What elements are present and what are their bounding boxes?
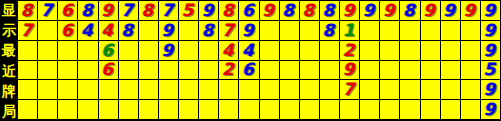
- cell-r6c21: [421, 100, 440, 119]
- cell-r2c6: 8: [119, 21, 138, 40]
- cell-r6c8: [159, 100, 178, 119]
- cell-r2c8: 9: [159, 21, 178, 40]
- cell-r5c24: 9: [481, 80, 500, 99]
- cell-r3c21: [421, 41, 440, 60]
- cell-r1c23: 9: [461, 1, 480, 20]
- cell-r4c21: [421, 61, 440, 80]
- cell-r4c13: [260, 61, 279, 80]
- cell-r5c13: [260, 80, 279, 99]
- recent-games-board: 显 示 最 近 牌 局 8768978759869888999899997644…: [0, 0, 501, 121]
- result-point-player: 9: [484, 42, 496, 59]
- result-point-player: 8: [202, 22, 214, 39]
- cell-r5c1: [18, 80, 37, 99]
- result-point-player: 9: [443, 2, 455, 19]
- cell-r2c17: 1: [340, 21, 359, 40]
- board-title-char: 局: [0, 101, 18, 121]
- cell-r2c12: 9: [239, 21, 258, 40]
- cell-r5c2: [38, 80, 57, 99]
- cell-r3c7: [139, 41, 158, 60]
- result-point-banker: 4: [101, 22, 113, 39]
- cell-r2c2: [38, 21, 57, 40]
- result-point-tie: 1: [343, 22, 355, 39]
- result-point-banker: 8: [141, 2, 153, 19]
- cell-r1c9: 5: [179, 1, 198, 20]
- result-point-banker: 8: [302, 2, 314, 19]
- cell-r5c4: [78, 80, 97, 99]
- cell-r2c11: 7: [219, 21, 238, 40]
- cell-r2c14: [280, 21, 299, 40]
- cell-r2c7: [139, 21, 158, 40]
- cell-r1c11: 8: [219, 1, 238, 20]
- cell-r5c18: [360, 80, 379, 99]
- cell-r6c16: [320, 100, 339, 119]
- result-point-banker: 9: [262, 2, 274, 19]
- cell-r6c7: [139, 100, 158, 119]
- result-point-banker: 9: [343, 2, 355, 19]
- cell-r4c1: [18, 61, 37, 80]
- cell-r1c8: 7: [159, 1, 178, 20]
- cell-r1c16: 8: [320, 1, 339, 20]
- cell-r3c18: [360, 41, 379, 60]
- cell-r5c22: [441, 80, 460, 99]
- cell-r5c14: [280, 80, 299, 99]
- cell-r1c22: 9: [441, 1, 460, 20]
- cell-r5c3: [58, 80, 77, 99]
- cell-r5c21: [421, 80, 440, 99]
- cell-r2c23: [461, 21, 480, 40]
- cell-r3c13: [260, 41, 279, 60]
- result-point-player: 6: [242, 61, 254, 78]
- cell-r1c15: 8: [300, 1, 319, 20]
- result-point-player: 8: [323, 22, 335, 39]
- board-title-vertical: 显 示 最 近 牌 局: [0, 0, 18, 121]
- cell-r1c3: 6: [58, 1, 77, 20]
- result-point-player: 9: [202, 2, 214, 19]
- cell-r1c24: 9: [481, 1, 500, 20]
- cell-r6c6: [119, 100, 138, 119]
- cell-r4c8: [159, 61, 178, 80]
- result-point-tie: 6: [101, 42, 113, 59]
- cell-r2c9: [179, 21, 198, 40]
- cell-r2c13: [260, 21, 279, 40]
- cell-r5c12: [239, 80, 258, 99]
- cell-r5c23: [461, 80, 480, 99]
- cell-r4c18: [360, 61, 379, 80]
- cell-r5c9: [179, 80, 198, 99]
- cell-r3c20: [400, 41, 419, 60]
- cell-r5c16: [320, 80, 339, 99]
- cell-r3c5: 6: [99, 41, 118, 60]
- cell-r5c10: [199, 80, 218, 99]
- cell-r3c14: [280, 41, 299, 60]
- result-point-banker: 6: [61, 22, 73, 39]
- result-point-banker: 9: [463, 2, 475, 19]
- result-point-player: 9: [162, 22, 174, 39]
- cell-r5c11: [219, 80, 238, 99]
- cell-r6c18: [360, 100, 379, 119]
- cell-r1c10: 9: [199, 1, 218, 20]
- cell-r2c21: [421, 21, 440, 40]
- cell-r3c1: [18, 41, 37, 60]
- cell-r6c20: [400, 100, 419, 119]
- cell-r4c5: 6: [99, 61, 118, 80]
- cell-r4c20: [400, 61, 419, 80]
- cell-r3c11: 4: [219, 41, 238, 60]
- result-point-player: 9: [242, 22, 254, 39]
- board-title-char: 近: [0, 61, 18, 81]
- cell-r1c5: 9: [99, 1, 118, 20]
- result-point-player: 8: [403, 2, 415, 19]
- cell-r3c3: [58, 41, 77, 60]
- result-point-banker: 9: [101, 2, 113, 19]
- cell-r3c4: [78, 41, 97, 60]
- cell-r4c9: [179, 61, 198, 80]
- cell-r6c15: [300, 100, 319, 119]
- result-point-banker: 9: [423, 2, 435, 19]
- cell-r4c23: [461, 61, 480, 80]
- cell-r3c6: [119, 41, 138, 60]
- cell-r1c7: 8: [139, 1, 158, 20]
- cell-r4c10: [199, 61, 218, 80]
- result-point-banker: 2: [343, 42, 355, 59]
- result-point-banker: 4: [222, 42, 234, 59]
- cell-r4c24: 5: [481, 61, 500, 80]
- cell-r2c22: [441, 21, 460, 40]
- result-point-banker: 8: [222, 2, 234, 19]
- cell-r3c23: [461, 41, 480, 60]
- result-point-player: 6: [242, 2, 254, 19]
- result-point-player: 4: [242, 42, 254, 59]
- cell-r6c10: [199, 100, 218, 119]
- cell-r2c5: 4: [99, 21, 118, 40]
- result-point-banker: 7: [343, 81, 355, 98]
- result-point-player: 7: [121, 2, 133, 19]
- cell-r1c6: 7: [119, 1, 138, 20]
- result-point-banker: 9: [343, 61, 355, 78]
- cell-r2c10: 8: [199, 21, 218, 40]
- cell-r2c19: [380, 21, 399, 40]
- cell-r5c8: [159, 80, 178, 99]
- result-point-player: 8: [282, 2, 294, 19]
- result-point-banker: 8: [21, 2, 33, 19]
- result-point-player: 9: [363, 2, 375, 19]
- cell-r1c17: 9: [340, 1, 359, 20]
- cell-r3c19: [380, 41, 399, 60]
- cell-r6c3: [58, 100, 77, 119]
- cell-r4c22: [441, 61, 460, 80]
- cell-r6c4: [78, 100, 97, 119]
- result-point-player: 9: [484, 101, 496, 118]
- result-point-banker: 2: [222, 61, 234, 78]
- cell-r3c10: [199, 41, 218, 60]
- cell-r6c14: [280, 100, 299, 119]
- cell-r6c19: [380, 100, 399, 119]
- cell-r3c12: 4: [239, 41, 258, 60]
- result-point-player: 8: [121, 22, 133, 39]
- cell-r4c19: [380, 61, 399, 80]
- cell-r3c9: [179, 41, 198, 60]
- cell-r1c21: 9: [421, 1, 440, 20]
- result-point-player: 8: [81, 2, 93, 19]
- cell-r2c1: 7: [18, 21, 37, 40]
- cell-r1c12: 6: [239, 1, 258, 20]
- cell-r4c7: [139, 61, 158, 80]
- cell-r1c19: 9: [380, 1, 399, 20]
- cell-r3c2: [38, 41, 57, 60]
- cell-r4c16: [320, 61, 339, 80]
- cell-r3c15: [300, 41, 319, 60]
- board-title-char: 显: [0, 0, 18, 20]
- cell-r3c16: [320, 41, 339, 60]
- result-point-banker: 7: [21, 22, 33, 39]
- result-point-player: 9: [484, 2, 496, 19]
- result-point-player: 8: [323, 2, 335, 19]
- result-point-banker: 7: [222, 22, 234, 39]
- cell-r1c14: 8: [280, 1, 299, 20]
- cell-r4c15: [300, 61, 319, 80]
- cell-r6c5: [99, 100, 118, 119]
- cell-r6c13: [260, 100, 279, 119]
- cell-r2c24: 9: [481, 21, 500, 40]
- cell-r4c14: [280, 61, 299, 80]
- cell-r2c4: 4: [78, 21, 97, 40]
- cell-r4c12: 6: [239, 61, 258, 80]
- cell-r6c24: 9: [481, 100, 500, 119]
- cell-r5c5: [99, 80, 118, 99]
- board-title-char: 最: [0, 40, 18, 60]
- cell-r3c17: 2: [340, 41, 359, 60]
- result-point-player: 9: [162, 42, 174, 59]
- cell-r5c6: [119, 80, 138, 99]
- result-point-banker: 6: [101, 61, 113, 78]
- cell-r2c20: [400, 21, 419, 40]
- cell-r2c18: [360, 21, 379, 40]
- cell-r5c7: [139, 80, 158, 99]
- result-point-banker: 6: [61, 2, 73, 19]
- cell-r3c22: [441, 41, 460, 60]
- cell-r4c11: 2: [219, 61, 238, 80]
- result-point-player: 7: [41, 2, 53, 19]
- cell-r4c3: [58, 61, 77, 80]
- cell-r6c1: [18, 100, 37, 119]
- result-grid: 8768978759869888999899997644898798196944…: [18, 0, 501, 121]
- cell-r6c9: [179, 100, 198, 119]
- cell-r2c16: 8: [320, 21, 339, 40]
- cell-r1c20: 8: [400, 1, 419, 20]
- cell-r6c12: [239, 100, 258, 119]
- result-point-player: 9: [484, 81, 496, 98]
- cell-r5c19: [380, 80, 399, 99]
- cell-r1c18: 9: [360, 1, 379, 20]
- result-point-player: 5: [484, 61, 496, 78]
- cell-r1c4: 8: [78, 1, 97, 20]
- cell-r5c20: [400, 80, 419, 99]
- cell-r4c17: 9: [340, 61, 359, 80]
- board-title-char: 牌: [0, 81, 18, 101]
- cell-r6c2: [38, 100, 57, 119]
- cell-r4c2: [38, 61, 57, 80]
- result-point-player: 9: [484, 22, 496, 39]
- cell-r6c11: [219, 100, 238, 119]
- cell-r1c13: 9: [260, 1, 279, 20]
- cell-r2c3: 6: [58, 21, 77, 40]
- cell-r3c24: 9: [481, 41, 500, 60]
- cell-r1c2: 7: [38, 1, 57, 20]
- cell-r5c15: [300, 80, 319, 99]
- board-title-char: 示: [0, 20, 18, 40]
- cell-r5c17: 7: [340, 80, 359, 99]
- cell-r6c22: [441, 100, 460, 119]
- cell-r6c17: [340, 100, 359, 119]
- cell-r6c23: [461, 100, 480, 119]
- result-point-player: 4: [81, 22, 93, 39]
- result-point-player: 7: [162, 2, 174, 19]
- cell-r3c8: 9: [159, 41, 178, 60]
- cell-r1c1: 8: [18, 1, 37, 20]
- cell-r4c4: [78, 61, 97, 80]
- result-point-banker: 5: [182, 2, 194, 19]
- cell-r2c15: [300, 21, 319, 40]
- cell-r4c6: [119, 61, 138, 80]
- result-point-banker: 9: [383, 2, 395, 19]
